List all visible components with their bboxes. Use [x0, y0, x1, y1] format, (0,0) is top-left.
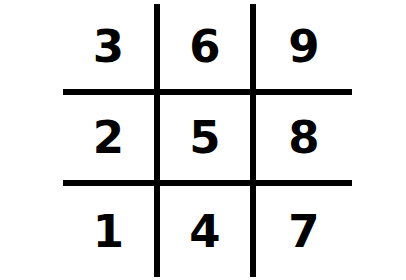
- board-3x3: 3 6 9 2 5 8 1 4 7: [63, 4, 352, 277]
- cell-r2c3[interactable]: 8: [256, 95, 352, 186]
- cell-r3c3[interactable]: 7: [256, 186, 352, 277]
- cell-r1c1[interactable]: 3: [63, 4, 160, 95]
- number-grid-diagram: 3 6 9 2 5 8 1 4 7: [0, 0, 406, 280]
- cell-r3c2[interactable]: 4: [160, 186, 256, 277]
- cell-r3c1[interactable]: 1: [63, 186, 160, 277]
- cell-r1c3[interactable]: 9: [256, 4, 352, 95]
- cell-r2c1[interactable]: 2: [63, 95, 160, 186]
- cell-r2c2[interactable]: 5: [160, 95, 256, 186]
- cell-r1c2[interactable]: 6: [160, 4, 256, 95]
